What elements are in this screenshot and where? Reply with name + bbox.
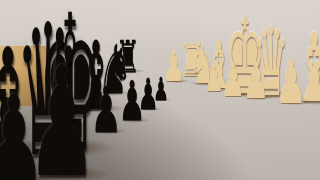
piece-black-pawn-e7[interactable]: ♟ — [118, 74, 145, 129]
piece-white-pawn-e2[interactable]: ♟ — [221, 56, 245, 103]
piece-black-pawn-b7[interactable]: ♟ — [0, 80, 46, 180]
piece-white-pawn-c2[interactable]: ♟ — [275, 51, 307, 112]
piece-white-pawn-d2[interactable]: ♟ — [243, 55, 270, 106]
chess-photo-scene: ♝♛♚♝♞♜♟♟♟♟♟♟♟♜♞♝♟♚♟♛♟♝♟ — [0, 0, 320, 180]
